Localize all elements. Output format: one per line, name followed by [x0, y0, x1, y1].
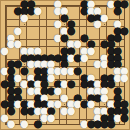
empty-intersection: [28, 14, 35, 21]
empty-intersection: [41, 121, 48, 128]
white-stone: ●: [34, 8, 41, 15]
empty-intersection: [41, 14, 48, 21]
white-stone: ●: [21, 14, 28, 21]
empty-intersection: [41, 34, 48, 41]
empty-intersection: [28, 21, 35, 28]
empty-intersection: [68, 121, 75, 128]
empty-intersection: [48, 41, 55, 48]
black-stone: ●: [121, 114, 128, 121]
empty-intersection: [121, 34, 128, 41]
empty-intersection: [74, 108, 81, 115]
empty-intersection: [54, 114, 61, 121]
white-stone: ●: [1, 48, 8, 55]
empty-intersection: [8, 14, 15, 21]
black-stone: ●: [34, 121, 41, 128]
stone-layer: ●●●●●●●●●●●●●●●●●●●●●●●●●●●●●●●●●●●●●●●●…: [1, 1, 128, 128]
empty-intersection: [28, 34, 35, 41]
black-stone: ●: [68, 81, 75, 88]
white-stone: ●: [21, 121, 28, 128]
black-stone: ●: [114, 8, 121, 15]
empty-intersection: [48, 121, 55, 128]
empty-intersection: [121, 8, 128, 15]
empty-intersection: [1, 21, 8, 28]
empty-intersection: [68, 114, 75, 121]
empty-intersection: [34, 21, 41, 28]
empty-intersection: [81, 21, 88, 28]
empty-intersection: [94, 28, 101, 35]
empty-intersection: [34, 34, 41, 41]
empty-intersection: [101, 21, 108, 28]
empty-intersection: [81, 108, 88, 115]
empty-intersection: [54, 121, 61, 128]
empty-intersection: [61, 114, 68, 121]
empty-intersection: [41, 8, 48, 15]
empty-intersection: [114, 121, 121, 128]
go-board: ●●●●●●●●●●●●●●●●●●●●●●●●●●●●●●●●●●●●●●●●…: [0, 0, 130, 130]
empty-intersection: [41, 21, 48, 28]
empty-intersection: [21, 28, 28, 35]
empty-intersection: [41, 28, 48, 35]
empty-intersection: [34, 14, 41, 21]
empty-intersection: [28, 28, 35, 35]
empty-intersection: [34, 28, 41, 35]
empty-intersection: [121, 121, 128, 128]
white-stone: ●: [81, 54, 88, 61]
white-stone: ●: [94, 21, 101, 28]
empty-intersection: [1, 8, 8, 15]
white-stone: ●: [121, 74, 128, 81]
empty-intersection: [1, 14, 8, 21]
empty-intersection: [8, 48, 15, 55]
white-stone: ●: [68, 108, 75, 115]
white-stone: ●: [48, 114, 55, 121]
black-stone: ●: [108, 121, 115, 128]
empty-intersection: [1, 1, 8, 8]
empty-intersection: [61, 121, 68, 128]
white-stone: ●: [8, 121, 15, 128]
